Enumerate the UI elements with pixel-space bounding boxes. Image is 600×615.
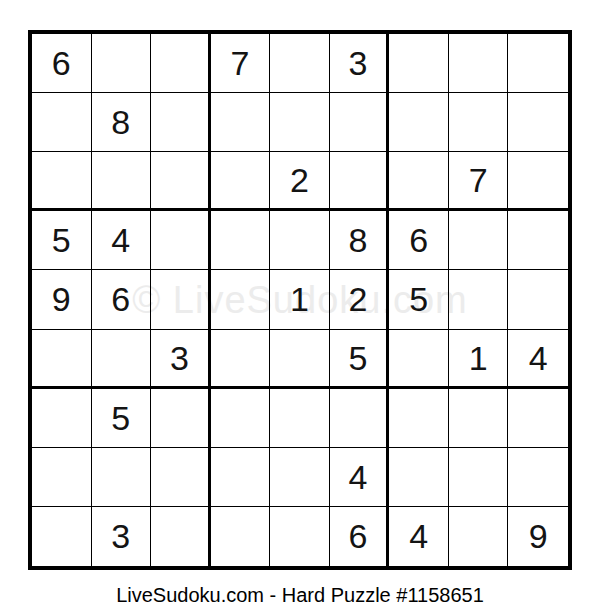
cell-r7c3[interactable] xyxy=(151,389,211,448)
cell-r6c1[interactable] xyxy=(32,330,92,389)
cell-r6c4[interactable] xyxy=(211,330,271,389)
cell-r4c8[interactable] xyxy=(449,211,509,270)
cell-r2c7[interactable] xyxy=(389,93,449,152)
cell-r3c3[interactable] xyxy=(151,152,211,211)
cell-r6c9: 4 xyxy=(508,330,568,389)
cell-r2c5[interactable] xyxy=(270,93,330,152)
cell-r3c4[interactable] xyxy=(211,152,271,211)
cell-r8c3[interactable] xyxy=(151,448,211,507)
cell-r7c9[interactable] xyxy=(508,389,568,448)
cell-r3c6[interactable] xyxy=(330,152,390,211)
cell-r5c3[interactable] xyxy=(151,270,211,329)
cell-r1c7[interactable] xyxy=(389,34,449,93)
cell-r8c6: 4 xyxy=(330,448,390,507)
cell-r7c2: 5 xyxy=(92,389,152,448)
cell-r2c6[interactable] xyxy=(330,93,390,152)
sudoku-grid: 6738275486961253514543649 xyxy=(32,34,568,566)
cell-r5c1: 9 xyxy=(32,270,92,329)
cell-r5c4[interactable] xyxy=(211,270,271,329)
cell-r7c8[interactable] xyxy=(449,389,509,448)
cell-r4c7: 6 xyxy=(389,211,449,270)
cell-r2c2: 8 xyxy=(92,93,152,152)
cell-r1c2[interactable] xyxy=(92,34,152,93)
cell-r8c2[interactable] xyxy=(92,448,152,507)
sudoku-board: © LiveSudoku.com 67382754869612535145436… xyxy=(28,30,572,570)
cell-r6c5[interactable] xyxy=(270,330,330,389)
cell-r5c6: 2 xyxy=(330,270,390,329)
cell-r8c8[interactable] xyxy=(449,448,509,507)
cell-r5c2: 6 xyxy=(92,270,152,329)
cell-r6c8: 1 xyxy=(449,330,509,389)
cell-r2c1[interactable] xyxy=(32,93,92,152)
cell-r6c3: 3 xyxy=(151,330,211,389)
cell-r1c6: 3 xyxy=(330,34,390,93)
cell-r9c4[interactable] xyxy=(211,507,271,566)
cell-r4c9[interactable] xyxy=(508,211,568,270)
cell-r5c5: 1 xyxy=(270,270,330,329)
cell-r4c5[interactable] xyxy=(270,211,330,270)
cell-r4c4[interactable] xyxy=(211,211,271,270)
cell-r8c7[interactable] xyxy=(389,448,449,507)
cell-r3c2[interactable] xyxy=(92,152,152,211)
cell-r6c2[interactable] xyxy=(92,330,152,389)
cell-r9c7: 4 xyxy=(389,507,449,566)
cell-r6c7[interactable] xyxy=(389,330,449,389)
cell-r7c4[interactable] xyxy=(211,389,271,448)
cell-r6c6: 5 xyxy=(330,330,390,389)
cell-r2c8[interactable] xyxy=(449,93,509,152)
cell-r9c2: 3 xyxy=(92,507,152,566)
cell-r3c5: 2 xyxy=(270,152,330,211)
cell-r1c3[interactable] xyxy=(151,34,211,93)
cell-r1c4: 7 xyxy=(211,34,271,93)
cell-r3c7[interactable] xyxy=(389,152,449,211)
cell-r9c3[interactable] xyxy=(151,507,211,566)
cell-r2c9[interactable] xyxy=(508,93,568,152)
cell-r9c1[interactable] xyxy=(32,507,92,566)
cell-r3c8: 7 xyxy=(449,152,509,211)
cell-r5c9[interactable] xyxy=(508,270,568,329)
cell-r9c5[interactable] xyxy=(270,507,330,566)
cell-r9c6: 6 xyxy=(330,507,390,566)
cell-r8c9[interactable] xyxy=(508,448,568,507)
cell-r2c4[interactable] xyxy=(211,93,271,152)
cell-r3c1[interactable] xyxy=(32,152,92,211)
cell-r5c8[interactable] xyxy=(449,270,509,329)
cell-r7c6[interactable] xyxy=(330,389,390,448)
cell-r9c8[interactable] xyxy=(449,507,509,566)
caption: LiveSudoku.com - Hard Puzzle #1158651 xyxy=(0,584,600,607)
cell-r7c5[interactable] xyxy=(270,389,330,448)
cell-r4c6: 8 xyxy=(330,211,390,270)
cell-r1c5[interactable] xyxy=(270,34,330,93)
cell-r8c5[interactable] xyxy=(270,448,330,507)
cell-r7c7[interactable] xyxy=(389,389,449,448)
cell-r5c7: 5 xyxy=(389,270,449,329)
cell-r4c2: 4 xyxy=(92,211,152,270)
cell-r2c3[interactable] xyxy=(151,93,211,152)
cell-r1c8[interactable] xyxy=(449,34,509,93)
cell-r9c9: 9 xyxy=(508,507,568,566)
cell-r7c1[interactable] xyxy=(32,389,92,448)
cell-r8c4[interactable] xyxy=(211,448,271,507)
cell-r3c9[interactable] xyxy=(508,152,568,211)
cell-r8c1[interactable] xyxy=(32,448,92,507)
cell-r4c3[interactable] xyxy=(151,211,211,270)
cell-r4c1: 5 xyxy=(32,211,92,270)
cell-r1c9[interactable] xyxy=(508,34,568,93)
cell-r1c1: 6 xyxy=(32,34,92,93)
